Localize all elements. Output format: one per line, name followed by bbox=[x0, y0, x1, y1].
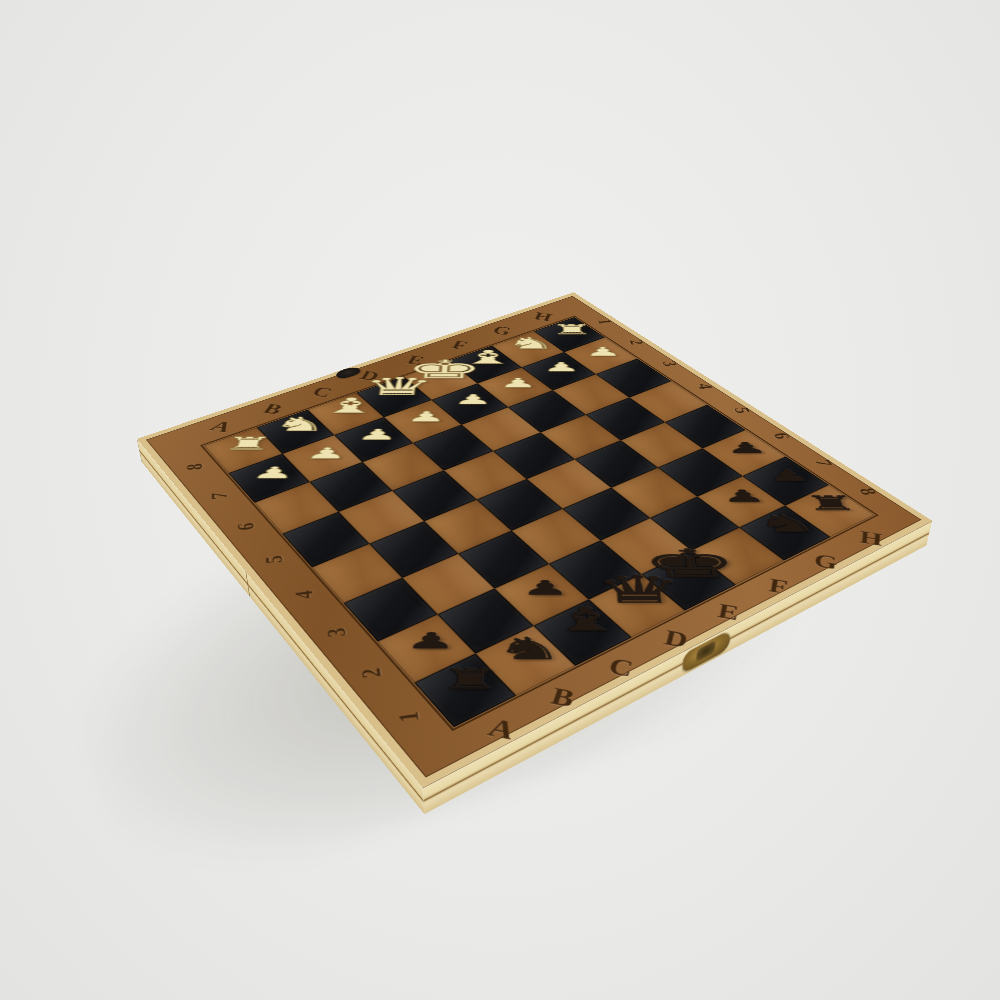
rank-label-left-3: 3 bbox=[316, 617, 358, 648]
rank-label-left-1: 1 bbox=[386, 699, 433, 735]
hinge-icon bbox=[333, 366, 363, 380]
rank-label-right-3: 3 bbox=[651, 355, 688, 373]
white-pawn-glyph: ♟ bbox=[453, 393, 493, 406]
white-pawn-glyph: ♟ bbox=[542, 361, 581, 373]
black-pawn-glyph: ♟ bbox=[764, 467, 812, 483]
board-top-surface: 81AA72BB63CC54DD45EE36FF27GG18HH ♜♞♝♛♚♝♞… bbox=[137, 292, 932, 787]
white-rook-glyph: ♜ bbox=[550, 323, 594, 336]
rank-label-left-6: 6 bbox=[228, 514, 265, 540]
rank-label-left-8: 8 bbox=[177, 456, 212, 478]
black-pawn-glyph: ♟ bbox=[724, 440, 769, 455]
white-pawn-glyph: ♟ bbox=[405, 409, 447, 423]
white-pawn-glyph: ♟ bbox=[250, 465, 297, 481]
white-pawn-glyph: ♟ bbox=[499, 376, 538, 389]
white-pawn-glyph: ♟ bbox=[304, 445, 349, 460]
white-pawn-glyph: ♟ bbox=[356, 427, 399, 442]
rank-label-left-4: 4 bbox=[285, 580, 325, 609]
rank-label-left-2: 2 bbox=[350, 656, 395, 690]
chess-board-3d: 81AA72BB63CC54DD45EE36FF27GG18HH ♜♞♝♛♚♝♞… bbox=[137, 292, 932, 787]
white-knight-glyph: ♞ bbox=[270, 414, 330, 433]
rank-label-left-5: 5 bbox=[255, 546, 293, 573]
rank-label-right-6: 6 bbox=[761, 426, 803, 447]
white-pawn-glyph: ♟ bbox=[584, 346, 622, 358]
white-rook-glyph: ♜ bbox=[221, 435, 276, 453]
rank-label-right-2: 2 bbox=[619, 334, 654, 351]
rank-label-left-7: 7 bbox=[202, 484, 238, 508]
rank-label-right-4: 4 bbox=[686, 377, 724, 396]
photo-stage: 81AA72BB63CC54DD45EE36FF27GG18HH ♜♞♝♛♚♝♞… bbox=[0, 0, 1000, 1000]
